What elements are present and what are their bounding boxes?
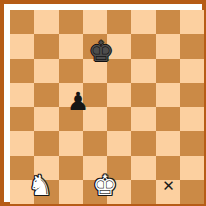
square-h2[interactable] (180, 156, 204, 180)
square-a3[interactable] (10, 131, 34, 155)
white-king[interactable]: ♚ (93, 172, 118, 200)
square-g6[interactable] (156, 59, 180, 83)
black-king[interactable]: ♚ (89, 38, 114, 66)
square-c1[interactable] (59, 180, 83, 204)
square-c8[interactable] (59, 10, 83, 34)
square-c2[interactable] (59, 156, 83, 180)
square-d8[interactable] (83, 10, 107, 34)
square-h1[interactable] (180, 180, 204, 204)
square-f2[interactable] (131, 156, 155, 180)
square-c3[interactable] (59, 131, 83, 155)
square-b6[interactable] (34, 59, 58, 83)
square-e5[interactable] (107, 83, 131, 107)
x-marker: ✕ (162, 178, 175, 193)
square-b7[interactable] (34, 34, 58, 58)
square-f5[interactable] (131, 83, 155, 107)
square-g5[interactable] (156, 83, 180, 107)
square-g7[interactable] (156, 34, 180, 58)
square-h5[interactable] (180, 83, 204, 107)
square-e4[interactable] (107, 107, 131, 131)
square-g4[interactable] (156, 107, 180, 131)
square-f4[interactable] (131, 107, 155, 131)
square-a6[interactable] (10, 59, 34, 83)
square-e8[interactable] (107, 10, 131, 34)
square-b5[interactable] (34, 83, 58, 107)
square-c6[interactable] (59, 59, 83, 83)
square-f3[interactable] (131, 131, 155, 155)
chess-board-screenshot: ♚♟♞♚✕ (0, 0, 206, 206)
square-h3[interactable] (180, 131, 204, 155)
square-a7[interactable] (10, 34, 34, 58)
square-b4[interactable] (34, 107, 58, 131)
square-e3[interactable] (107, 131, 131, 155)
square-a5[interactable] (10, 83, 34, 107)
square-f8[interactable] (131, 10, 155, 34)
square-f7[interactable] (131, 34, 155, 58)
white-knight[interactable]: ♞ (28, 172, 53, 200)
square-b3[interactable] (34, 131, 58, 155)
square-g3[interactable] (156, 131, 180, 155)
square-h4[interactable] (180, 107, 204, 131)
black-pawn[interactable]: ♟ (67, 89, 89, 114)
square-a8[interactable] (10, 10, 34, 34)
square-h8[interactable] (180, 10, 204, 34)
square-h6[interactable] (180, 59, 204, 83)
square-b8[interactable] (34, 10, 58, 34)
square-g8[interactable] (156, 10, 180, 34)
square-c7[interactable] (59, 34, 83, 58)
square-d3[interactable] (83, 131, 107, 155)
square-a4[interactable] (10, 107, 34, 131)
square-h7[interactable] (180, 34, 204, 58)
square-f6[interactable] (131, 59, 155, 83)
square-f1[interactable] (131, 180, 155, 204)
